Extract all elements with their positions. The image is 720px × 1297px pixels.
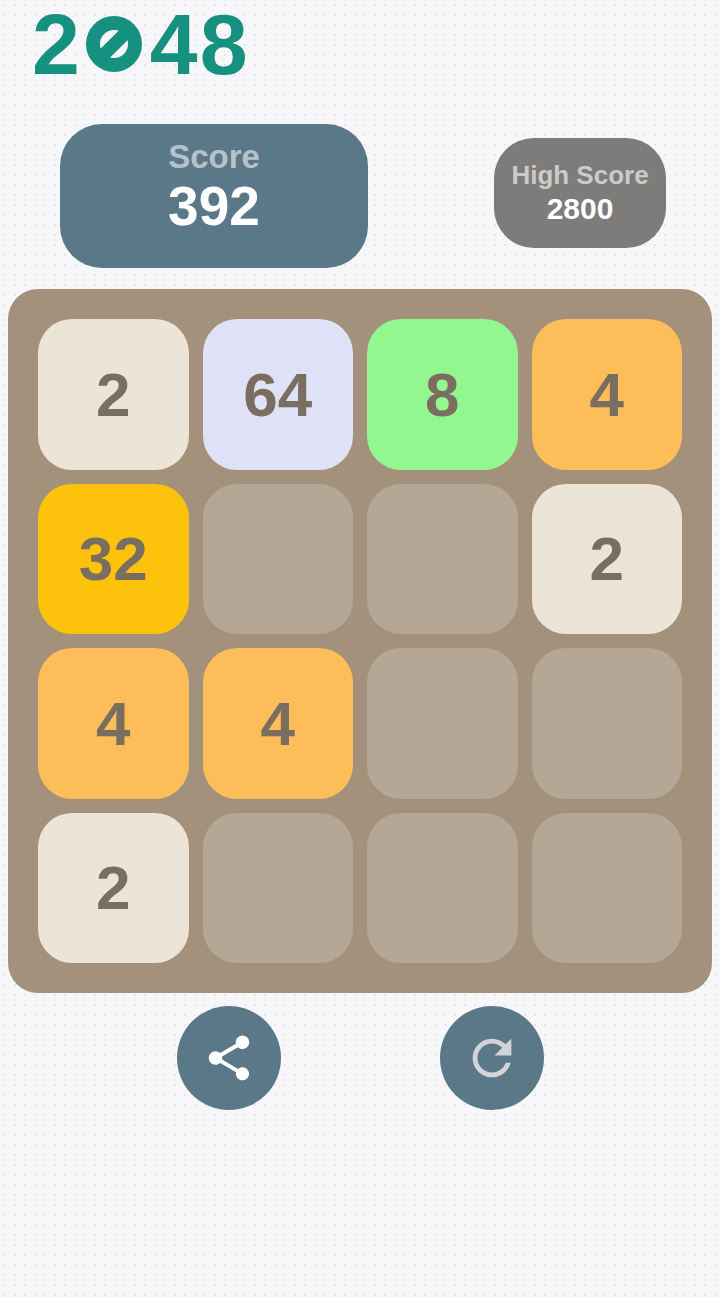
grid-cell-empty bbox=[203, 813, 354, 964]
score-label: Score bbox=[168, 138, 260, 176]
score-box: Score 392 bbox=[60, 124, 368, 268]
tile-4: 4 bbox=[38, 648, 189, 799]
logo-digit-4: 4 bbox=[150, 2, 196, 86]
tile-4: 4 bbox=[532, 319, 683, 470]
tile-2: 2 bbox=[38, 813, 189, 964]
high-score-label: High Score bbox=[511, 160, 648, 190]
share-icon bbox=[202, 1031, 256, 1085]
high-score-box: High Score 2800 bbox=[494, 138, 666, 248]
tile-8: 8 bbox=[367, 319, 518, 470]
score-value: 392 bbox=[168, 176, 260, 236]
grid-cell-empty bbox=[203, 484, 354, 635]
grid-cell-empty bbox=[367, 648, 518, 799]
game-board[interactable]: 26484322442 bbox=[8, 289, 712, 993]
grid-cell-empty bbox=[367, 813, 518, 964]
app-logo: 2 4 8 bbox=[32, 2, 246, 86]
logo-digit-2: 2 bbox=[32, 2, 78, 86]
tile-64: 64 bbox=[203, 319, 354, 470]
logo-slashed-zero-icon bbox=[86, 16, 142, 72]
share-button[interactable] bbox=[177, 1006, 281, 1110]
tile-2: 2 bbox=[38, 319, 189, 470]
grid-cell-empty bbox=[532, 648, 683, 799]
high-score-value: 2800 bbox=[547, 192, 614, 226]
grid-cell-empty bbox=[532, 813, 683, 964]
grid-cell-empty bbox=[367, 484, 518, 635]
tile-32: 32 bbox=[38, 484, 189, 635]
restart-icon bbox=[463, 1029, 521, 1087]
restart-button[interactable] bbox=[440, 1006, 544, 1110]
tile-2: 2 bbox=[532, 484, 683, 635]
logo-digit-8: 8 bbox=[200, 2, 246, 86]
tile-4: 4 bbox=[203, 648, 354, 799]
